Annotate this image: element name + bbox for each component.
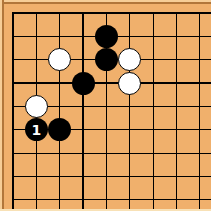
black-stone bbox=[95, 25, 118, 48]
board-bevel-top-shadow bbox=[0, 2, 211, 4]
white-stone bbox=[118, 72, 141, 95]
go-board-diagram: 1 bbox=[0, 0, 211, 211]
black-stone bbox=[95, 48, 118, 71]
white-stone bbox=[48, 48, 71, 71]
black-stone bbox=[48, 118, 71, 141]
board-bevel-left-shadow bbox=[2, 0, 4, 211]
labeled-black-stone: 1 bbox=[25, 118, 48, 141]
white-stone bbox=[25, 95, 48, 118]
black-stone bbox=[72, 72, 95, 95]
move-number-label: 1 bbox=[31, 123, 41, 137]
board-bottom-edge-strip bbox=[0, 209, 211, 211]
white-stone bbox=[118, 48, 141, 71]
stones-layer: 1 bbox=[1, 1, 211, 211]
